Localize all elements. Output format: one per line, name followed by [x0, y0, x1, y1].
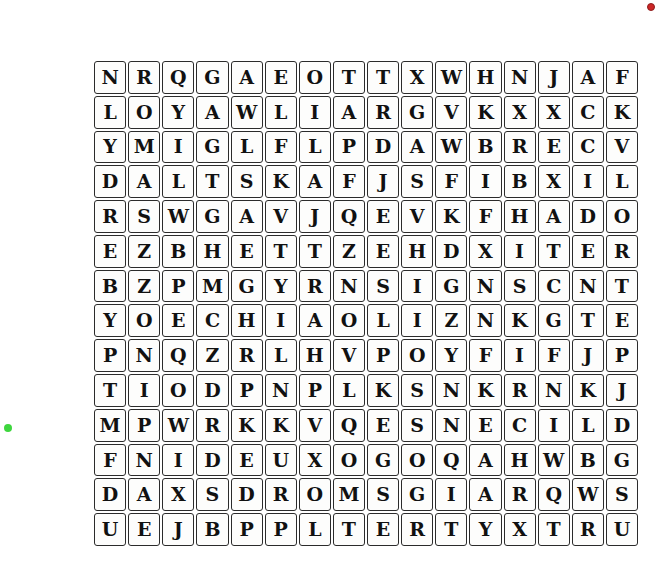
grid-cell[interactable]: M: [94, 409, 126, 442]
grid-cell[interactable]: Y: [469, 513, 501, 546]
grid-cell[interactable]: I: [265, 304, 297, 337]
grid-cell[interactable]: T: [94, 374, 126, 407]
grid-cell[interactable]: P: [367, 339, 399, 372]
grid-cell[interactable]: Q: [162, 61, 194, 94]
grid-cell[interactable]: N: [538, 374, 570, 407]
grid-cell[interactable]: D: [572, 200, 604, 233]
grid-cell[interactable]: W: [231, 96, 263, 129]
grid-cell[interactable]: B: [469, 131, 501, 164]
grid-cell[interactable]: P: [162, 270, 194, 303]
grid-cell[interactable]: K: [504, 304, 536, 337]
grid-cell[interactable]: I: [162, 444, 194, 477]
grid-cell[interactable]: W: [572, 478, 604, 511]
grid-cell[interactable]: X: [538, 96, 570, 129]
grid-cell[interactable]: I: [504, 235, 536, 268]
grid-cell[interactable]: O: [299, 478, 331, 511]
grid-cell[interactable]: J: [538, 61, 570, 94]
grid-cell[interactable]: P: [606, 339, 638, 372]
grid-cell[interactable]: G: [196, 200, 228, 233]
grid-cell[interactable]: Z: [128, 270, 160, 303]
grid-cell[interactable]: D: [196, 374, 228, 407]
grid-cell[interactable]: W: [435, 61, 467, 94]
grid-cell[interactable]: R: [504, 478, 536, 511]
grid-cell[interactable]: P: [94, 339, 126, 372]
grid-cell[interactable]: R: [265, 478, 297, 511]
grid-cell[interactable]: F: [435, 165, 467, 198]
grid-cell[interactable]: J: [299, 200, 331, 233]
grid-cell[interactable]: P: [231, 513, 263, 546]
grid-cell[interactable]: A: [469, 444, 501, 477]
grid-cell[interactable]: B: [162, 235, 194, 268]
grid-cell[interactable]: E: [367, 235, 399, 268]
grid-cell[interactable]: S: [196, 478, 228, 511]
grid-cell[interactable]: A: [231, 200, 263, 233]
grid-cell[interactable]: K: [606, 96, 638, 129]
grid-cell[interactable]: S: [367, 270, 399, 303]
grid-cell[interactable]: E: [94, 235, 126, 268]
grid-cell[interactable]: L: [94, 96, 126, 129]
grid-cell[interactable]: C: [572, 131, 604, 164]
grid-cell[interactable]: K: [469, 374, 501, 407]
grid-cell[interactable]: E: [606, 304, 638, 337]
grid-cell[interactable]: T: [367, 61, 399, 94]
grid-cell[interactable]: S: [504, 270, 536, 303]
grid-cell[interactable]: N: [572, 270, 604, 303]
grid-cell[interactable]: H: [504, 200, 536, 233]
grid-cell[interactable]: D: [196, 444, 228, 477]
grid-cell[interactable]: L: [606, 165, 638, 198]
grid-cell[interactable]: V: [299, 409, 331, 442]
grid-cell[interactable]: S: [401, 165, 433, 198]
grid-cell[interactable]: E: [572, 235, 604, 268]
grid-cell[interactable]: X: [504, 96, 536, 129]
grid-cell[interactable]: N: [469, 270, 501, 303]
grid-cell[interactable]: Z: [435, 304, 467, 337]
grid-cell[interactable]: T: [333, 61, 365, 94]
grid-cell[interactable]: O: [333, 444, 365, 477]
grid-cell[interactable]: L: [572, 409, 604, 442]
grid-cell[interactable]: L: [299, 513, 331, 546]
grid-cell[interactable]: J: [162, 513, 194, 546]
grid-cell[interactable]: N: [265, 374, 297, 407]
grid-cell[interactable]: S: [401, 409, 433, 442]
grid-cell[interactable]: N: [333, 270, 365, 303]
grid-cell[interactable]: H: [299, 339, 331, 372]
grid-cell[interactable]: N: [469, 304, 501, 337]
grid-cell[interactable]: Q: [538, 478, 570, 511]
grid-cell[interactable]: I: [504, 339, 536, 372]
grid-cell[interactable]: V: [435, 96, 467, 129]
grid-cell[interactable]: F: [469, 339, 501, 372]
grid-cell[interactable]: P: [265, 513, 297, 546]
grid-cell[interactable]: T: [538, 235, 570, 268]
grid-cell[interactable]: T: [265, 235, 297, 268]
grid-cell[interactable]: L: [367, 304, 399, 337]
grid-cell[interactable]: S: [231, 165, 263, 198]
grid-cell[interactable]: A: [128, 165, 160, 198]
grid-cell[interactable]: N: [128, 444, 160, 477]
grid-cell[interactable]: O: [401, 339, 433, 372]
grid-cell[interactable]: D: [231, 478, 263, 511]
grid-cell[interactable]: D: [606, 409, 638, 442]
grid-cell[interactable]: B: [94, 270, 126, 303]
grid-cell[interactable]: Q: [435, 444, 467, 477]
grid-cell[interactable]: T: [538, 513, 570, 546]
grid-cell[interactable]: T: [572, 304, 604, 337]
grid-cell[interactable]: G: [538, 304, 570, 337]
grid-cell[interactable]: L: [299, 131, 331, 164]
grid-cell[interactable]: R: [299, 270, 331, 303]
grid-cell[interactable]: D: [435, 235, 467, 268]
grid-cell[interactable]: Y: [94, 131, 126, 164]
grid-cell[interactable]: M: [128, 131, 160, 164]
grid-cell[interactable]: X: [504, 513, 536, 546]
grid-cell[interactable]: I: [401, 270, 433, 303]
grid-cell[interactable]: A: [299, 304, 331, 337]
grid-cell[interactable]: H: [231, 304, 263, 337]
grid-cell[interactable]: K: [469, 96, 501, 129]
grid-cell[interactable]: N: [435, 409, 467, 442]
grid-cell[interactable]: F: [333, 165, 365, 198]
grid-cell[interactable]: B: [572, 444, 604, 477]
grid-cell[interactable]: Z: [128, 235, 160, 268]
grid-cell[interactable]: K: [231, 409, 263, 442]
grid-cell[interactable]: M: [333, 478, 365, 511]
grid-cell[interactable]: V: [606, 131, 638, 164]
grid-cell[interactable]: G: [196, 131, 228, 164]
grid-cell[interactable]: R: [196, 409, 228, 442]
grid-cell[interactable]: I: [162, 131, 194, 164]
grid-cell[interactable]: L: [265, 96, 297, 129]
grid-cell[interactable]: C: [504, 409, 536, 442]
grid-cell[interactable]: N: [128, 339, 160, 372]
grid-cell[interactable]: G: [606, 444, 638, 477]
grid-cell[interactable]: N: [435, 374, 467, 407]
grid-cell[interactable]: A: [572, 61, 604, 94]
grid-cell[interactable]: E: [469, 409, 501, 442]
grid-cell[interactable]: V: [265, 200, 297, 233]
grid-cell[interactable]: C: [572, 96, 604, 129]
grid-cell[interactable]: E: [231, 235, 263, 268]
grid-cell[interactable]: A: [538, 200, 570, 233]
grid-cell[interactable]: I: [572, 165, 604, 198]
grid-cell[interactable]: Q: [333, 200, 365, 233]
grid-cell[interactable]: U: [265, 444, 297, 477]
grid-cell[interactable]: X: [162, 478, 194, 511]
grid-cell[interactable]: K: [265, 409, 297, 442]
grid-cell[interactable]: A: [469, 478, 501, 511]
grid-cell[interactable]: A: [196, 96, 228, 129]
grid-cell[interactable]: Q: [162, 339, 194, 372]
grid-cell[interactable]: S: [606, 478, 638, 511]
grid-cell[interactable]: E: [538, 131, 570, 164]
grid-cell[interactable]: G: [367, 444, 399, 477]
grid-cell[interactable]: W: [435, 131, 467, 164]
grid-cell[interactable]: I: [538, 409, 570, 442]
grid-cell[interactable]: I: [401, 304, 433, 337]
grid-cell[interactable]: L: [162, 165, 194, 198]
grid-cell[interactable]: R: [94, 200, 126, 233]
grid-cell[interactable]: U: [606, 513, 638, 546]
grid-cell[interactable]: Y: [435, 339, 467, 372]
grid-cell[interactable]: R: [504, 131, 536, 164]
grid-cell[interactable]: A: [333, 96, 365, 129]
grid-cell[interactable]: V: [333, 339, 365, 372]
grid-cell[interactable]: F: [94, 444, 126, 477]
grid-cell[interactable]: E: [162, 304, 194, 337]
grid-cell[interactable]: A: [231, 61, 263, 94]
grid-cell[interactable]: O: [128, 96, 160, 129]
grid-cell[interactable]: O: [128, 304, 160, 337]
grid-cell[interactable]: T: [299, 235, 331, 268]
grid-cell[interactable]: Z: [333, 235, 365, 268]
grid-cell[interactable]: X: [299, 444, 331, 477]
grid-cell[interactable]: G: [401, 96, 433, 129]
grid-cell[interactable]: J: [572, 339, 604, 372]
grid-cell[interactable]: H: [504, 444, 536, 477]
grid-cell[interactable]: X: [401, 61, 433, 94]
grid-cell[interactable]: W: [538, 444, 570, 477]
grid-cell[interactable]: F: [265, 131, 297, 164]
grid-cell[interactable]: P: [333, 131, 365, 164]
grid-cell[interactable]: T: [606, 270, 638, 303]
grid-cell[interactable]: R: [401, 513, 433, 546]
grid-cell[interactable]: H: [469, 61, 501, 94]
grid-cell[interactable]: D: [94, 165, 126, 198]
grid-cell[interactable]: G: [196, 61, 228, 94]
grid-cell[interactable]: F: [538, 339, 570, 372]
grid-cell[interactable]: X: [538, 165, 570, 198]
grid-cell[interactable]: H: [196, 235, 228, 268]
grid-cell[interactable]: B: [196, 513, 228, 546]
grid-cell[interactable]: K: [265, 165, 297, 198]
grid-cell[interactable]: T: [435, 513, 467, 546]
grid-cell[interactable]: G: [231, 270, 263, 303]
grid-cell[interactable]: E: [367, 200, 399, 233]
grid-cell[interactable]: K: [435, 200, 467, 233]
grid-cell[interactable]: M: [196, 270, 228, 303]
grid-cell[interactable]: N: [94, 61, 126, 94]
grid-cell[interactable]: I: [469, 165, 501, 198]
grid-cell[interactable]: C: [538, 270, 570, 303]
grid-cell[interactable]: P: [299, 374, 331, 407]
grid-cell[interactable]: I: [128, 374, 160, 407]
grid-cell[interactable]: X: [469, 235, 501, 268]
grid-cell[interactable]: S: [128, 200, 160, 233]
grid-cell[interactable]: B: [504, 165, 536, 198]
grid-cell[interactable]: Y: [162, 96, 194, 129]
grid-cell[interactable]: O: [162, 374, 194, 407]
grid-cell[interactable]: S: [401, 374, 433, 407]
grid-cell[interactable]: R: [572, 513, 604, 546]
grid-cell[interactable]: O: [299, 61, 331, 94]
grid-cell[interactable]: E: [367, 409, 399, 442]
grid-cell[interactable]: D: [367, 131, 399, 164]
grid-cell[interactable]: J: [367, 165, 399, 198]
grid-cell[interactable]: E: [231, 444, 263, 477]
red-dot-marker: [647, 3, 655, 11]
grid-cell[interactable]: N: [504, 61, 536, 94]
grid-cell[interactable]: R: [128, 61, 160, 94]
grid-cell[interactable]: V: [401, 200, 433, 233]
grid-cell[interactable]: A: [299, 165, 331, 198]
grid-cell[interactable]: W: [162, 200, 194, 233]
grid-cell[interactable]: T: [196, 165, 228, 198]
grid-cell[interactable]: T: [333, 513, 365, 546]
grid-cell[interactable]: L: [333, 374, 365, 407]
grid-cell[interactable]: Q: [333, 409, 365, 442]
grid-cell[interactable]: D: [94, 478, 126, 511]
grid-cell[interactable]: O: [333, 304, 365, 337]
grid-cell[interactable]: J: [606, 374, 638, 407]
grid-cell[interactable]: P: [128, 409, 160, 442]
grid-cell[interactable]: E: [128, 513, 160, 546]
grid-cell[interactable]: R: [367, 96, 399, 129]
grid-cell[interactable]: S: [367, 478, 399, 511]
grid-cell[interactable]: F: [469, 200, 501, 233]
grid-cell[interactable]: Y: [265, 270, 297, 303]
grid-cell[interactable]: K: [572, 374, 604, 407]
word-search-board: NRQGAEOTTXWHNJAFLOYAWLIARGVKXXCKYMIGLFLP…: [94, 61, 638, 546]
grid-cell[interactable]: L: [265, 339, 297, 372]
grid-cell[interactable]: O: [606, 200, 638, 233]
grid-cell[interactable]: G: [435, 270, 467, 303]
grid-cell[interactable]: E: [367, 513, 399, 546]
grid-cell[interactable]: Z: [196, 339, 228, 372]
grid-cell[interactable]: A: [128, 478, 160, 511]
grid-cell[interactable]: G: [401, 478, 433, 511]
grid-cell[interactable]: H: [401, 235, 433, 268]
grid-cell[interactable]: L: [231, 131, 263, 164]
grid-cell[interactable]: A: [401, 131, 433, 164]
grid-cell[interactable]: R: [606, 235, 638, 268]
grid-cell[interactable]: U: [94, 513, 126, 546]
grid-cell[interactable]: F: [606, 61, 638, 94]
grid-cell[interactable]: R: [504, 374, 536, 407]
grid-cell[interactable]: P: [231, 374, 263, 407]
grid-cell[interactable]: I: [435, 478, 467, 511]
green-dot-marker: [4, 424, 12, 432]
grid-cell[interactable]: R: [231, 339, 263, 372]
grid-cell[interactable]: I: [299, 96, 331, 129]
grid-cell[interactable]: C: [196, 304, 228, 337]
grid-cell[interactable]: O: [401, 444, 433, 477]
grid-cell[interactable]: K: [367, 374, 399, 407]
grid-cell[interactable]: W: [162, 409, 194, 442]
grid-cell[interactable]: E: [265, 61, 297, 94]
grid-cell[interactable]: Y: [94, 304, 126, 337]
